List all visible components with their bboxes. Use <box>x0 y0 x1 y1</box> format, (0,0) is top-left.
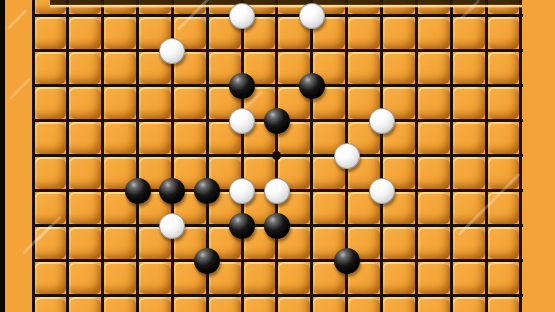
intersection[interactable] <box>434 208 468 242</box>
intersection[interactable] <box>86 278 120 312</box>
intersection[interactable] <box>190 278 224 312</box>
intersection[interactable] <box>330 173 364 207</box>
intersection[interactable] <box>190 208 224 242</box>
intersection[interactable] <box>51 243 85 277</box>
gomoku-board[interactable] <box>0 0 555 312</box>
intersection[interactable] <box>155 278 189 312</box>
intersection[interactable] <box>16 68 50 102</box>
black-stone <box>264 108 290 134</box>
white-stone <box>229 3 255 29</box>
intersection[interactable] <box>399 243 433 277</box>
intersection[interactable] <box>434 68 468 102</box>
intersection[interactable] <box>16 208 50 242</box>
intersection[interactable] <box>260 243 294 277</box>
intersection[interactable] <box>16 103 50 137</box>
intersection[interactable] <box>155 138 189 172</box>
intersection[interactable] <box>86 138 120 172</box>
intersection[interactable] <box>155 68 189 102</box>
intersection[interactable] <box>434 173 468 207</box>
intersection[interactable] <box>330 278 364 312</box>
intersection[interactable] <box>434 0 468 32</box>
white-stone <box>369 178 395 204</box>
black-stone <box>229 73 255 99</box>
intersection[interactable] <box>365 278 399 312</box>
intersection[interactable] <box>225 278 259 312</box>
intersection[interactable] <box>155 243 189 277</box>
intersection[interactable] <box>295 208 329 242</box>
intersection[interactable] <box>121 103 155 137</box>
intersection[interactable] <box>190 138 224 172</box>
intersection[interactable] <box>16 173 50 207</box>
intersection[interactable] <box>504 278 538 312</box>
intersection[interactable] <box>295 138 329 172</box>
intersection[interactable] <box>469 68 503 102</box>
intersection[interactable] <box>399 68 433 102</box>
intersection[interactable] <box>434 243 468 277</box>
intersection[interactable] <box>86 0 120 32</box>
intersection[interactable] <box>434 103 468 137</box>
intersection[interactable] <box>504 208 538 242</box>
white-stone <box>299 3 325 29</box>
intersection[interactable] <box>434 138 468 172</box>
intersection[interactable] <box>16 33 50 67</box>
intersection[interactable] <box>51 138 85 172</box>
intersection[interactable] <box>86 33 120 67</box>
intersection[interactable] <box>121 68 155 102</box>
intersection[interactable] <box>365 33 399 67</box>
intersection[interactable] <box>399 0 433 32</box>
black-stone <box>334 248 360 274</box>
intersection[interactable] <box>295 173 329 207</box>
intersection[interactable] <box>225 33 259 67</box>
white-stone <box>369 108 395 134</box>
black-stone <box>229 213 255 239</box>
intersection[interactable] <box>399 33 433 67</box>
intersection[interactable] <box>121 208 155 242</box>
intersection[interactable] <box>121 0 155 32</box>
intersection[interactable] <box>504 103 538 137</box>
intersection[interactable] <box>121 138 155 172</box>
intersection[interactable] <box>330 68 364 102</box>
intersection[interactable] <box>86 243 120 277</box>
intersection[interactable] <box>295 278 329 312</box>
intersection[interactable] <box>190 33 224 67</box>
intersection[interactable] <box>469 103 503 137</box>
intersection[interactable] <box>469 243 503 277</box>
intersection[interactable] <box>16 243 50 277</box>
intersection[interactable] <box>51 68 85 102</box>
intersection[interactable] <box>121 278 155 312</box>
intersection[interactable] <box>260 278 294 312</box>
intersection[interactable] <box>469 278 503 312</box>
intersection[interactable] <box>504 0 538 32</box>
intersection[interactable] <box>16 278 50 312</box>
intersection[interactable] <box>469 138 503 172</box>
intersection[interactable] <box>504 173 538 207</box>
intersection[interactable] <box>469 0 503 32</box>
intersection[interactable] <box>469 173 503 207</box>
white-stone <box>264 178 290 204</box>
intersection[interactable] <box>260 138 294 172</box>
board-left-edge <box>0 0 5 312</box>
intersection[interactable] <box>121 33 155 67</box>
intersection[interactable] <box>365 0 399 32</box>
intersection[interactable] <box>434 33 468 67</box>
intersection[interactable] <box>295 243 329 277</box>
intersection[interactable] <box>51 33 85 67</box>
intersection[interactable] <box>434 278 468 312</box>
intersection[interactable] <box>260 0 294 32</box>
intersection[interactable] <box>295 33 329 67</box>
white-stone <box>229 108 255 134</box>
intersection[interactable] <box>190 0 224 32</box>
intersection[interactable] <box>190 103 224 137</box>
intersection[interactable] <box>155 103 189 137</box>
intersection[interactable] <box>190 68 224 102</box>
intersection[interactable] <box>86 68 120 102</box>
intersection[interactable] <box>295 103 329 137</box>
black-stone <box>264 213 290 239</box>
intersection[interactable] <box>504 243 538 277</box>
intersection[interactable] <box>330 33 364 67</box>
intersection[interactable] <box>16 0 50 32</box>
intersection[interactable] <box>365 68 399 102</box>
intersection[interactable] <box>330 208 364 242</box>
intersection[interactable] <box>121 243 155 277</box>
intersection[interactable] <box>365 138 399 172</box>
intersection[interactable] <box>399 103 433 137</box>
black-stone <box>125 178 151 204</box>
black-stone <box>299 73 325 99</box>
intersection[interactable] <box>51 278 85 312</box>
intersection[interactable] <box>51 208 85 242</box>
intersection[interactable] <box>86 208 120 242</box>
white-stone <box>229 178 255 204</box>
intersection[interactable] <box>86 173 120 207</box>
intersection[interactable] <box>365 243 399 277</box>
white-stone <box>334 143 360 169</box>
intersection[interactable] <box>51 173 85 207</box>
intersection[interactable] <box>16 138 50 172</box>
intersection[interactable] <box>86 103 120 137</box>
intersection[interactable] <box>469 33 503 67</box>
intersection[interactable] <box>51 0 85 32</box>
intersection[interactable] <box>260 68 294 102</box>
intersection[interactable] <box>504 33 538 67</box>
intersection[interactable] <box>225 243 259 277</box>
intersection[interactable] <box>469 208 503 242</box>
intersection[interactable] <box>399 173 433 207</box>
intersection[interactable] <box>399 208 433 242</box>
intersection[interactable] <box>225 138 259 172</box>
intersection[interactable] <box>155 0 189 32</box>
intersection[interactable] <box>330 0 364 32</box>
intersection[interactable] <box>330 103 364 137</box>
intersection[interactable] <box>399 138 433 172</box>
intersection[interactable] <box>504 68 538 102</box>
intersection[interactable] <box>399 278 433 312</box>
intersection[interactable] <box>51 103 85 137</box>
intersection[interactable] <box>260 33 294 67</box>
intersection[interactable] <box>365 208 399 242</box>
intersection[interactable] <box>504 138 538 172</box>
